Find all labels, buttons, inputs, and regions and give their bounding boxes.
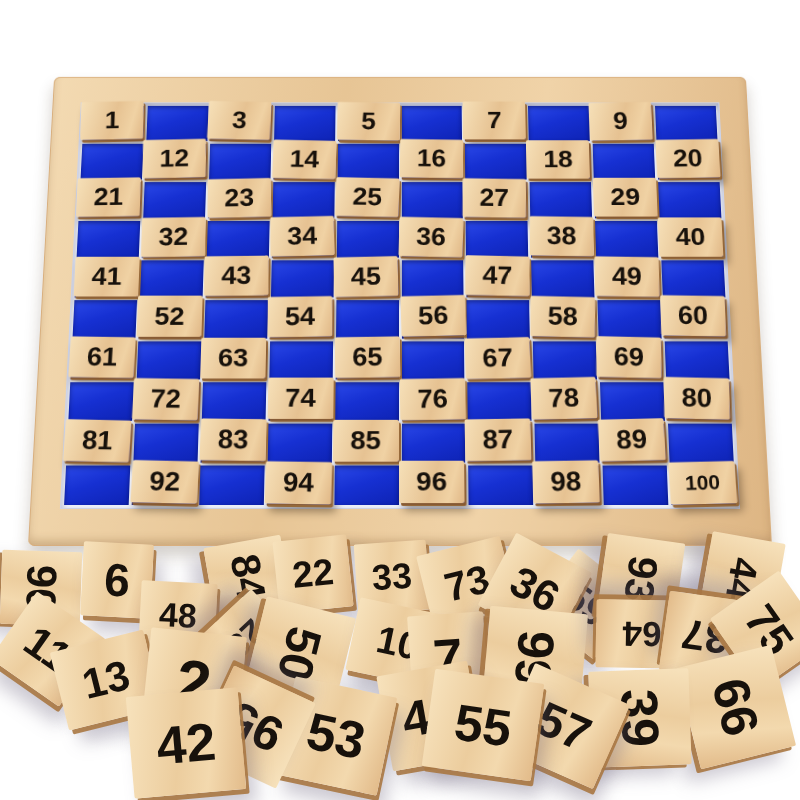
board-cell-r1c9: 9 <box>592 106 654 141</box>
board-cell-r4c8: 38 <box>531 221 594 258</box>
board-cell-r10c7 <box>469 465 534 505</box>
board-tile-60[interactable]: 60 <box>660 296 726 337</box>
board-cell-r3c1: 21 <box>79 182 142 218</box>
board-tile-72[interactable]: 72 <box>132 378 199 420</box>
board-cell-r2c5 <box>337 144 398 180</box>
board-cell-r1c1: 1 <box>82 106 144 141</box>
board-cell-r6c2: 52 <box>138 301 202 339</box>
board-tile-32[interactable]: 32 <box>141 217 206 257</box>
board-tile-27[interactable]: 27 <box>463 178 527 218</box>
board-cell-r9c5: 85 <box>334 423 398 462</box>
board-tile-12[interactable]: 12 <box>142 139 205 179</box>
board-tile-85[interactable]: 85 <box>332 420 398 462</box>
board-cell-r5c9: 49 <box>596 261 660 298</box>
board-cell-r8c6: 76 <box>401 382 465 421</box>
board-tile-47[interactable]: 47 <box>465 255 530 296</box>
board-cell-r7c7: 67 <box>467 341 531 379</box>
board-tile-9[interactable]: 9 <box>589 102 653 141</box>
board-cell-r9c3: 83 <box>200 423 265 462</box>
board-cell-r5c1: 41 <box>75 261 139 298</box>
board-cell-r5c8 <box>531 261 594 298</box>
board-cell-r8c3 <box>202 382 266 421</box>
board-tile-69[interactable]: 69 <box>596 336 661 378</box>
board-cell-r9c8 <box>535 423 600 462</box>
board-tile-67[interactable]: 67 <box>465 337 532 379</box>
scene: 1357912141618202123252729323436384041434… <box>0 0 800 800</box>
board-cell-r4c1 <box>77 221 141 258</box>
board-tile-7[interactable]: 7 <box>463 102 526 140</box>
board-cell-r7c4 <box>269 341 333 379</box>
board-cell-r1c6 <box>401 106 462 141</box>
board-cell-r7c3: 63 <box>203 341 267 379</box>
board-cell-r4c3 <box>207 221 270 258</box>
board-tile-100[interactable]: 100 <box>668 461 737 505</box>
board-tile-52[interactable]: 52 <box>136 296 202 336</box>
board-cell-r10c6: 96 <box>401 465 466 505</box>
board-tile-34[interactable]: 34 <box>270 216 334 257</box>
board-tile-56[interactable]: 56 <box>400 295 466 337</box>
board-tile-16[interactable]: 16 <box>399 139 462 178</box>
loose-tile-42[interactable]: 42 <box>126 687 246 798</box>
board-tile-94[interactable]: 94 <box>264 461 331 504</box>
board-cell-r2c4: 14 <box>273 144 335 180</box>
board-tile-21[interactable]: 21 <box>76 178 141 218</box>
board-cell-r6c4: 54 <box>270 301 333 339</box>
board-tile-1[interactable]: 1 <box>80 101 143 140</box>
board-cell-r3c7: 27 <box>466 182 528 218</box>
board-tile-61[interactable]: 61 <box>68 336 135 378</box>
board-cell-r4c10: 40 <box>660 221 724 258</box>
board-cell-r10c2: 92 <box>132 465 198 505</box>
board-tile-83[interactable]: 83 <box>199 418 266 461</box>
board-cell-r2c8: 18 <box>529 144 591 180</box>
loose-tile-55[interactable]: 55 <box>422 669 545 781</box>
board-tile-23[interactable]: 23 <box>207 178 271 218</box>
board-grid: 1357912141618202123252729323436384041434… <box>60 102 740 508</box>
board-cell-r6c3 <box>204 301 268 339</box>
board-tile-18[interactable]: 18 <box>526 140 590 178</box>
board-tile-49[interactable]: 49 <box>595 257 660 298</box>
board-cell-r4c6: 36 <box>401 221 463 258</box>
board-cell-r8c5 <box>335 382 399 421</box>
board-cell-r10c10: 100 <box>670 465 736 505</box>
board-tile-3[interactable]: 3 <box>207 101 272 140</box>
board-cell-r9c2 <box>133 423 198 462</box>
board-cell-r3c2 <box>143 182 206 218</box>
board-cell-r2c2: 12 <box>145 144 207 180</box>
board-tile-36[interactable]: 36 <box>398 217 463 258</box>
board-tile-29[interactable]: 29 <box>593 178 658 217</box>
board-cell-r2c9 <box>593 144 655 180</box>
board-cell-r1c3: 3 <box>210 106 272 141</box>
board-cell-r8c10: 80 <box>666 382 731 421</box>
board-cell-r6c6: 56 <box>401 301 464 339</box>
board-tile-43[interactable]: 43 <box>204 256 269 297</box>
board-cell-r10c5 <box>334 465 399 505</box>
board-cell-r4c2: 32 <box>142 221 205 258</box>
board-cell-r2c6: 16 <box>401 144 462 180</box>
board-cell-r2c3 <box>209 144 271 180</box>
board-cell-r9c9: 89 <box>601 423 666 462</box>
board-tile-92[interactable]: 92 <box>130 460 199 504</box>
board-cell-r3c3: 23 <box>208 182 270 218</box>
board-cell-r4c7 <box>466 221 528 258</box>
board-tile-98[interactable]: 98 <box>532 460 600 503</box>
board-tile-87[interactable]: 87 <box>465 418 532 461</box>
board-cell-r5c2 <box>140 261 204 298</box>
board-cell-r10c9 <box>603 465 669 505</box>
board-cell-r6c9 <box>598 301 662 339</box>
board-tile-80[interactable]: 80 <box>664 377 730 420</box>
board-cell-r7c8 <box>533 341 597 379</box>
board-cell-r5c10 <box>661 261 725 298</box>
board-cell-r1c10 <box>655 106 717 141</box>
board-cell-r2c1 <box>81 144 144 180</box>
board-cell-r8c8: 78 <box>534 382 598 421</box>
board-cell-r7c10 <box>665 341 730 379</box>
board-cell-r10c4: 94 <box>267 465 332 505</box>
board-cell-r4c4: 34 <box>271 221 333 258</box>
board-cell-r6c7 <box>467 301 530 339</box>
board-cell-r1c4 <box>274 106 335 141</box>
board-cell-r6c10: 60 <box>663 301 727 339</box>
board-cell-r8c9 <box>600 382 665 421</box>
board-tile-89[interactable]: 89 <box>598 418 666 461</box>
board-cell-r8c7 <box>468 382 532 421</box>
board-cell-r1c5: 5 <box>338 106 399 141</box>
board-tile-58[interactable]: 58 <box>531 296 596 338</box>
board-cell-r10c8: 98 <box>536 465 601 505</box>
board-tile-63[interactable]: 63 <box>200 337 266 378</box>
board-cell-r5c4 <box>271 261 334 298</box>
board-cell-r8c2: 72 <box>135 382 200 421</box>
board-cell-r9c6 <box>401 423 465 462</box>
board-cell-r5c7: 47 <box>466 261 529 298</box>
board-cell-r6c5 <box>336 301 399 339</box>
board-tile-65[interactable]: 65 <box>334 336 399 378</box>
board-tile-5[interactable]: 5 <box>336 102 399 141</box>
board-tile-25[interactable]: 25 <box>334 177 399 217</box>
board-tile-20[interactable]: 20 <box>655 139 720 178</box>
board-tile-81[interactable]: 81 <box>63 419 132 462</box>
board-tile-96[interactable]: 96 <box>399 461 465 503</box>
board-cell-r9c10 <box>668 423 734 462</box>
board-cell-r10c1 <box>64 465 130 505</box>
board-cell-r7c2 <box>137 341 201 379</box>
board-frame: 1357912141618202123252729323436384041434… <box>28 77 772 546</box>
board-cell-r3c8 <box>530 182 592 218</box>
board-cell-r7c5: 65 <box>335 341 398 379</box>
board-cell-r3c4 <box>272 182 334 218</box>
board-cell-r10c3 <box>199 465 264 505</box>
board-tile-78[interactable]: 78 <box>530 377 597 420</box>
board-cell-r9c4 <box>267 423 332 462</box>
board-cell-r9c1: 81 <box>66 423 132 462</box>
board-cell-r5c5: 45 <box>336 261 399 298</box>
board-cell-r6c8: 58 <box>532 301 596 339</box>
board-tile-74[interactable]: 74 <box>267 377 333 418</box>
board-cell-r1c8 <box>528 106 590 141</box>
board-cell-r3c5: 25 <box>337 182 399 218</box>
board-cell-r4c5 <box>336 221 398 258</box>
board-cell-r5c3: 43 <box>205 261 268 298</box>
board-tile-38[interactable]: 38 <box>530 216 594 256</box>
board-tile-14[interactable]: 14 <box>272 140 337 180</box>
board-tile-54[interactable]: 54 <box>267 297 332 338</box>
board-tile-45[interactable]: 45 <box>333 256 398 297</box>
hundred-board: 1357912141618202123252729323436384041434… <box>28 77 772 546</box>
board-cell-r2c10: 20 <box>657 144 720 180</box>
board-cell-r7c1: 61 <box>70 341 135 379</box>
board-tile-41[interactable]: 41 <box>74 257 140 297</box>
board-cell-r3c9: 29 <box>594 182 657 218</box>
board-cell-r3c10 <box>658 182 721 218</box>
board-tile-76[interactable]: 76 <box>399 378 465 420</box>
board-cell-r1c2 <box>146 106 208 141</box>
board-cell-r9c7: 87 <box>468 423 533 462</box>
board-cell-r7c6 <box>401 341 464 379</box>
board-cell-r5c6 <box>401 261 463 298</box>
board-cell-r6c1 <box>72 301 136 339</box>
board-cell-r1c7: 7 <box>465 106 526 141</box>
board-cell-r4c9 <box>595 221 658 258</box>
board-cell-r8c4: 74 <box>268 382 332 421</box>
board-cell-r8c1 <box>68 382 133 421</box>
board-cell-r3c6 <box>401 182 463 218</box>
board-cell-r7c9: 69 <box>599 341 663 379</box>
board-cell-r2c7 <box>465 144 527 180</box>
board-tile-40[interactable]: 40 <box>658 218 724 257</box>
